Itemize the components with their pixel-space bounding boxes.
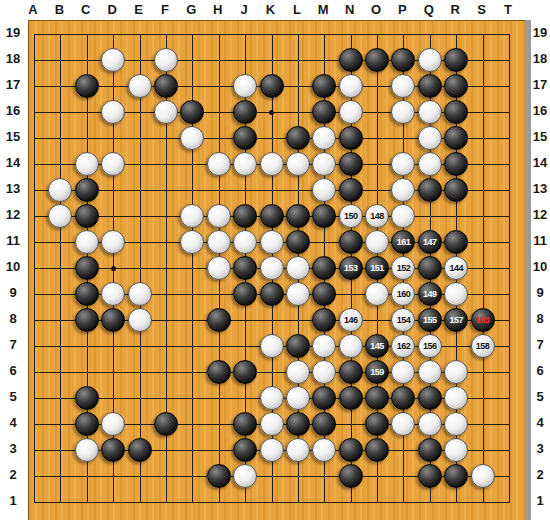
stone-black-O4[interactable] [365, 412, 389, 436]
stone-black-C9[interactable] [75, 282, 99, 306]
stone-black-F4[interactable] [154, 412, 178, 436]
stone-black-L7[interactable] [286, 334, 310, 358]
column-label-C: C [75, 2, 97, 17]
row-label-right-13: 13 [530, 181, 550, 197]
stone-white-Q4[interactable] [418, 412, 442, 436]
row-label-left-15: 15 [0, 129, 26, 145]
move-number-163: 163 [476, 316, 490, 325]
stone-white-K10[interactable] [260, 256, 284, 280]
stone-white-K4[interactable] [260, 412, 284, 436]
stone-black-Q8[interactable]: 155 [418, 308, 442, 332]
stone-white-D16[interactable] [101, 100, 125, 124]
stone-white-O11[interactable] [365, 230, 389, 254]
column-label-F: F [154, 2, 176, 17]
stone-black-J6[interactable] [233, 360, 257, 384]
column-label-T: T [497, 2, 519, 17]
move-number-148: 148 [370, 212, 384, 221]
stone-black-H2[interactable] [207, 464, 231, 488]
stone-black-L15[interactable] [286, 126, 310, 150]
row-label-right-19: 19 [530, 25, 550, 41]
stone-black-N10[interactable]: 153 [339, 256, 363, 280]
stone-white-D14[interactable] [101, 152, 125, 176]
column-label-H: H [207, 2, 229, 17]
stone-black-Q3[interactable] [418, 438, 442, 462]
stone-white-K5[interactable] [260, 386, 284, 410]
row-label-right-14: 14 [530, 155, 550, 171]
stone-white-L3[interactable] [286, 438, 310, 462]
row-label-right-5: 5 [530, 389, 550, 405]
stone-white-F18[interactable] [154, 48, 178, 72]
stone-black-Q11[interactable]: 147 [418, 230, 442, 254]
row-label-left-7: 7 [0, 337, 26, 353]
stone-white-J17[interactable] [233, 74, 257, 98]
stone-white-K3[interactable] [260, 438, 284, 462]
stone-white-Q18[interactable] [418, 48, 442, 72]
stone-black-K12[interactable] [260, 204, 284, 228]
row-label-right-16: 16 [530, 103, 550, 119]
move-number-161: 161 [397, 238, 411, 247]
column-label-A: A [22, 2, 44, 17]
stone-white-Q7[interactable]: 156 [418, 334, 442, 358]
stone-white-D18[interactable] [101, 48, 125, 72]
stone-black-N2[interactable] [339, 464, 363, 488]
column-label-J: J [233, 2, 255, 17]
move-number-145: 145 [370, 342, 384, 351]
row-label-right-6: 6 [530, 363, 550, 379]
move-number-151: 151 [370, 264, 384, 273]
stone-black-D3[interactable] [101, 438, 125, 462]
stone-black-J12[interactable] [233, 204, 257, 228]
move-number-154: 154 [397, 316, 411, 325]
row-label-right-7: 7 [530, 337, 550, 353]
stone-white-N17[interactable] [339, 74, 363, 98]
stone-black-N14[interactable] [339, 152, 363, 176]
row-label-left-13: 13 [0, 181, 26, 197]
stone-black-J16[interactable] [233, 100, 257, 124]
column-label-L: L [286, 2, 308, 17]
stone-white-L9[interactable] [286, 282, 310, 306]
stone-white-E17[interactable] [128, 74, 152, 98]
move-number-144: 144 [449, 264, 463, 273]
move-number-157: 157 [449, 316, 463, 325]
stone-white-J2[interactable] [233, 464, 257, 488]
stone-black-C4[interactable] [75, 412, 99, 436]
move-number-162: 162 [397, 342, 411, 351]
stone-white-H12[interactable] [207, 204, 231, 228]
stone-black-J15[interactable] [233, 126, 257, 150]
row-label-left-5: 5 [0, 389, 26, 405]
goban[interactable]: 1501481611471531511521441601491461541551… [28, 20, 525, 520]
row-label-left-3: 3 [0, 441, 26, 457]
column-label-O: O [365, 2, 387, 17]
stone-black-O3[interactable] [365, 438, 389, 462]
stone-white-C14[interactable] [75, 152, 99, 176]
move-number-147: 147 [423, 238, 437, 247]
stone-white-H14[interactable] [207, 152, 231, 176]
row-label-right-4: 4 [530, 415, 550, 431]
column-label-Q: Q [418, 2, 440, 17]
stone-black-O6[interactable]: 159 [365, 360, 389, 384]
stone-black-Q9[interactable]: 149 [418, 282, 442, 306]
stone-black-C8[interactable] [75, 308, 99, 332]
stone-white-N8[interactable]: 146 [339, 308, 363, 332]
row-label-left-14: 14 [0, 155, 26, 171]
row-label-right-8: 8 [530, 311, 550, 327]
stone-white-D11[interactable] [101, 230, 125, 254]
stone-black-F17[interactable] [154, 74, 178, 98]
row-label-right-17: 17 [530, 77, 550, 93]
row-label-left-18: 18 [0, 51, 26, 67]
move-number-150: 150 [344, 212, 358, 221]
stone-white-Q14[interactable] [418, 152, 442, 176]
stone-white-S2[interactable] [471, 464, 495, 488]
row-label-right-3: 3 [530, 441, 550, 457]
stone-black-J9[interactable] [233, 282, 257, 306]
move-number-149: 149 [423, 290, 437, 299]
row-label-left-11: 11 [0, 233, 26, 249]
stone-black-K9[interactable] [260, 282, 284, 306]
stone-white-L14[interactable] [286, 152, 310, 176]
stone-white-Q16[interactable] [418, 100, 442, 124]
row-label-right-15: 15 [530, 129, 550, 145]
stone-black-O10[interactable]: 151 [365, 256, 389, 280]
stone-white-N12[interactable]: 150 [339, 204, 363, 228]
stone-black-C5[interactable] [75, 386, 99, 410]
stone-black-Q10[interactable] [418, 256, 442, 280]
row-label-right-10: 10 [530, 259, 550, 275]
stone-black-N6[interactable] [339, 360, 363, 384]
column-label-P: P [391, 2, 413, 17]
row-label-left-6: 6 [0, 363, 26, 379]
row-label-left-8: 8 [0, 311, 26, 327]
move-number-155: 155 [423, 316, 437, 325]
stone-black-N13[interactable] [339, 178, 363, 202]
row-label-left-9: 9 [0, 285, 26, 301]
column-label-D: D [101, 2, 123, 17]
stone-white-K14[interactable] [260, 152, 284, 176]
stone-white-J14[interactable] [233, 152, 257, 176]
row-label-left-17: 17 [0, 77, 26, 93]
row-label-left-12: 12 [0, 207, 26, 223]
column-label-E: E [128, 2, 150, 17]
stone-white-H11[interactable] [207, 230, 231, 254]
row-label-left-2: 2 [0, 467, 26, 483]
stone-black-J3[interactable] [233, 438, 257, 462]
star-point-K16 [269, 110, 274, 115]
row-label-right-2: 2 [530, 467, 550, 483]
stone-white-F16[interactable] [154, 100, 178, 124]
stone-black-O18[interactable] [365, 48, 389, 72]
column-label-R: R [444, 2, 466, 17]
stone-black-Q2[interactable] [418, 464, 442, 488]
column-label-N: N [339, 2, 361, 17]
row-label-right-1: 1 [530, 493, 550, 509]
move-number-158: 158 [476, 342, 490, 351]
move-number-146: 146 [344, 316, 358, 325]
stone-black-Q13[interactable] [418, 178, 442, 202]
column-label-G: G [180, 2, 202, 17]
stone-black-Q5[interactable] [418, 386, 442, 410]
go-game-viewer: 1501481611471531511521441601491461541551… [0, 0, 550, 520]
stone-white-Q6[interactable] [418, 360, 442, 384]
stone-black-L12[interactable] [286, 204, 310, 228]
stone-white-L6[interactable] [286, 360, 310, 384]
stone-black-H6[interactable] [207, 360, 231, 384]
stone-black-D8[interactable] [101, 308, 125, 332]
stone-white-O9[interactable] [365, 282, 389, 306]
stone-white-E9[interactable] [128, 282, 152, 306]
stone-black-O7[interactable]: 145 [365, 334, 389, 358]
stone-black-L4[interactable] [286, 412, 310, 436]
row-label-right-18: 18 [530, 51, 550, 67]
stone-white-N7[interactable] [339, 334, 363, 358]
stone-white-O12[interactable]: 148 [365, 204, 389, 228]
move-number-159: 159 [370, 368, 384, 377]
stone-white-L10[interactable] [286, 256, 310, 280]
stone-black-C13[interactable] [75, 178, 99, 202]
stone-black-J10[interactable] [233, 256, 257, 280]
column-label-B: B [48, 2, 70, 17]
move-number-152: 152 [397, 264, 411, 273]
stone-black-E3[interactable] [128, 438, 152, 462]
stone-white-N16[interactable] [339, 100, 363, 124]
stone-black-J4[interactable] [233, 412, 257, 436]
column-label-K: K [260, 2, 282, 17]
stone-black-Q17[interactable] [418, 74, 442, 98]
stone-black-N15[interactable] [339, 126, 363, 150]
stone-black-L11[interactable] [286, 230, 310, 254]
stone-white-D9[interactable] [101, 282, 125, 306]
move-number-156: 156 [423, 342, 437, 351]
stone-white-J11[interactable] [233, 230, 257, 254]
stone-black-N11[interactable] [339, 230, 363, 254]
row-label-left-4: 4 [0, 415, 26, 431]
stone-white-E8[interactable] [128, 308, 152, 332]
stone-black-N3[interactable] [339, 438, 363, 462]
stone-white-S7[interactable]: 158 [471, 334, 495, 358]
stone-black-C17[interactable] [75, 74, 99, 98]
row-label-left-1: 1 [0, 493, 26, 509]
row-label-left-10: 10 [0, 259, 26, 275]
stone-black-C10[interactable] [75, 256, 99, 280]
stone-white-Q15[interactable] [418, 126, 442, 150]
stone-white-K7[interactable] [260, 334, 284, 358]
row-label-right-12: 12 [530, 207, 550, 223]
stone-white-D4[interactable] [101, 412, 125, 436]
row-label-right-11: 11 [530, 233, 550, 249]
stone-white-K11[interactable] [260, 230, 284, 254]
stone-white-H10[interactable] [207, 256, 231, 280]
stone-white-C3[interactable] [75, 438, 99, 462]
stone-black-C12[interactable] [75, 204, 99, 228]
row-label-left-19: 19 [0, 25, 26, 41]
stone-black-N18[interactable] [339, 48, 363, 72]
row-label-right-9: 9 [530, 285, 550, 301]
stone-white-L5[interactable] [286, 386, 310, 410]
stone-white-C11[interactable] [75, 230, 99, 254]
stone-black-K17[interactable] [260, 74, 284, 98]
move-number-160: 160 [397, 290, 411, 299]
column-label-S: S [471, 2, 493, 17]
stone-black-H8[interactable] [207, 308, 231, 332]
star-point-D10 [111, 266, 116, 271]
row-label-left-16: 16 [0, 103, 26, 119]
stone-black-S8[interactable]: 163 [471, 308, 495, 332]
move-number-153: 153 [344, 264, 358, 273]
stone-black-O5[interactable] [365, 386, 389, 410]
column-label-M: M [312, 2, 334, 17]
stone-black-N5[interactable] [339, 386, 363, 410]
